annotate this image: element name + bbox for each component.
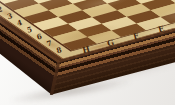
product-photo-scene: HGFEDCBA12345678 xyxy=(0,0,175,105)
